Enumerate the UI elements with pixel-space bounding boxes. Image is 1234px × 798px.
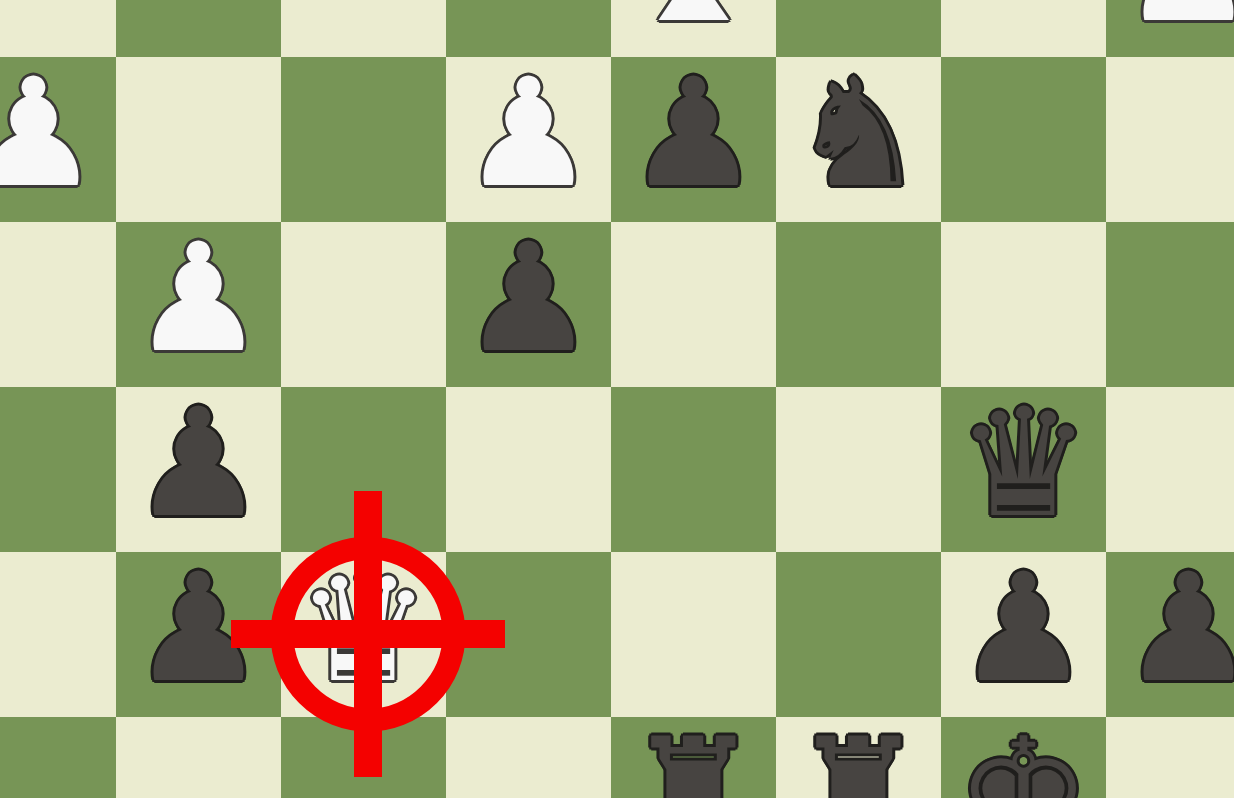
chessboard[interactable]: ♝♟♟♟♟♞♟♟♟♛♟♛♟♟♜♜♚ xyxy=(0,0,1234,798)
square-d6[interactable] xyxy=(611,387,776,552)
square-a5[interactable] xyxy=(1106,222,1234,387)
square-g4[interactable] xyxy=(116,57,281,222)
square-f4[interactable] xyxy=(281,57,446,222)
piece-black-queen-b6[interactable]: ♛ xyxy=(956,381,1090,546)
square-h7[interactable] xyxy=(0,552,116,717)
square-f6[interactable] xyxy=(281,387,446,552)
square-e5[interactable]: ♟ xyxy=(446,222,611,387)
square-c6[interactable] xyxy=(776,387,941,552)
square-d4[interactable]: ♟ xyxy=(611,57,776,222)
square-a3[interactable]: ♟ xyxy=(1106,0,1234,57)
piece-black-king-b8[interactable]: ♚ xyxy=(956,711,1090,798)
piece-white-pawn-e4[interactable]: ♟ xyxy=(461,51,595,216)
square-h5[interactable] xyxy=(0,222,116,387)
square-f8[interactable] xyxy=(281,717,446,798)
square-g8[interactable] xyxy=(116,717,281,798)
square-h6[interactable] xyxy=(0,387,116,552)
piece-black-pawn-b7[interactable]: ♟ xyxy=(956,546,1090,711)
square-d7[interactable] xyxy=(611,552,776,717)
square-e8[interactable] xyxy=(446,717,611,798)
square-h4[interactable]: ♟ xyxy=(0,57,116,222)
piece-black-pawn-d4[interactable]: ♟ xyxy=(626,51,760,216)
square-b4[interactable] xyxy=(941,57,1106,222)
square-c4[interactable]: ♞ xyxy=(776,57,941,222)
piece-white-pawn-h4[interactable]: ♟ xyxy=(0,51,101,216)
square-g7[interactable]: ♟ xyxy=(116,552,281,717)
piece-white-pawn-g5[interactable]: ♟ xyxy=(131,216,265,381)
square-g5[interactable]: ♟ xyxy=(116,222,281,387)
piece-black-rook-c8[interactable]: ♜ xyxy=(791,711,925,798)
square-f3[interactable] xyxy=(281,0,446,57)
piece-black-knight-c4[interactable]: ♞ xyxy=(791,51,925,216)
square-b8[interactable]: ♚ xyxy=(941,717,1106,798)
piece-white-queen-f7[interactable]: ♛ xyxy=(296,546,430,711)
square-e6[interactable] xyxy=(446,387,611,552)
square-f5[interactable] xyxy=(281,222,446,387)
square-d8[interactable]: ♜ xyxy=(611,717,776,798)
square-c7[interactable] xyxy=(776,552,941,717)
piece-black-pawn-g6[interactable]: ♟ xyxy=(131,381,265,546)
square-a7[interactable]: ♟ xyxy=(1106,552,1234,717)
square-b3[interactable] xyxy=(941,0,1106,57)
piece-black-rook-d8[interactable]: ♜ xyxy=(626,711,760,798)
chessboard-viewport: ♝♟♟♟♟♞♟♟♟♛♟♛♟♟♜♜♚ xyxy=(0,0,1234,798)
square-g6[interactable]: ♟ xyxy=(116,387,281,552)
square-b5[interactable] xyxy=(941,222,1106,387)
square-c5[interactable] xyxy=(776,222,941,387)
square-g3[interactable] xyxy=(116,0,281,57)
square-e7[interactable] xyxy=(446,552,611,717)
square-b6[interactable]: ♛ xyxy=(941,387,1106,552)
piece-black-pawn-a7[interactable]: ♟ xyxy=(1121,546,1234,711)
square-c8[interactable]: ♜ xyxy=(776,717,941,798)
square-a6[interactable] xyxy=(1106,387,1234,552)
square-d5[interactable] xyxy=(611,222,776,387)
piece-white-bishop-d3[interactable]: ♝ xyxy=(626,0,760,51)
square-a8[interactable] xyxy=(1106,717,1234,798)
piece-black-pawn-e5[interactable]: ♟ xyxy=(461,216,595,381)
square-a4[interactable] xyxy=(1106,57,1234,222)
square-f7[interactable]: ♛ xyxy=(281,552,446,717)
square-h8[interactable] xyxy=(0,717,116,798)
square-e4[interactable]: ♟ xyxy=(446,57,611,222)
piece-white-pawn-a3[interactable]: ♟ xyxy=(1121,0,1234,51)
piece-black-pawn-g7[interactable]: ♟ xyxy=(131,546,265,711)
square-b7[interactable]: ♟ xyxy=(941,552,1106,717)
